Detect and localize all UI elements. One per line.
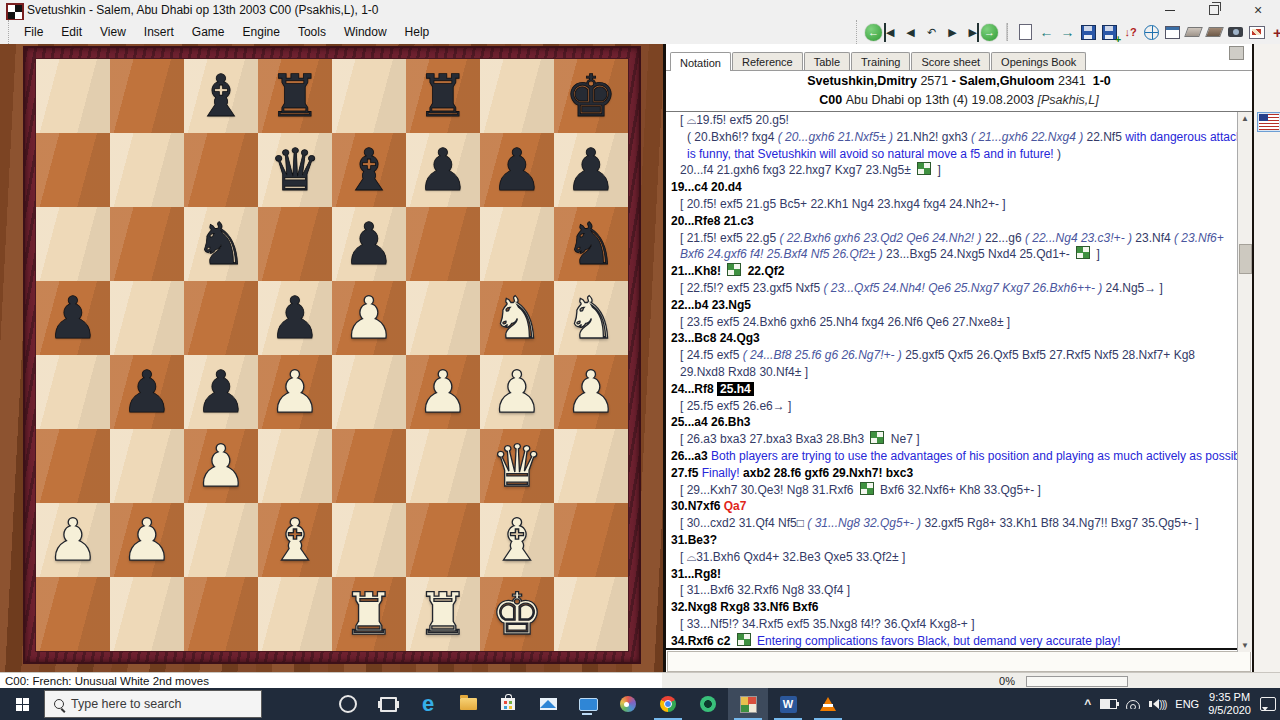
restore-button[interactable] xyxy=(1192,0,1236,20)
comment-text: Finally! xyxy=(702,466,743,480)
jump-forward-circle-icon[interactable]: → xyxy=(981,24,998,41)
notation-line[interactable]: 29.Nxd8 Rxd8 30.Nf4± ] xyxy=(666,364,1237,381)
piece-black-knight: ♞ xyxy=(184,207,258,281)
notation-line[interactable]: ( 20.Bxh6!? fxg4 ( 20...gxh6 21.Nxf5± ) … xyxy=(666,129,1237,146)
square-g6[interactable] xyxy=(480,207,554,281)
square-h1[interactable] xyxy=(554,577,628,651)
notation-line[interactable]: [ ⌓19.f5! exf5 20.g5! xyxy=(666,112,1237,129)
square-d5[interactable]: ♟ xyxy=(258,281,332,355)
piece-white-pawn: ♟ xyxy=(554,355,628,429)
piece-black-rook: ♜ xyxy=(258,59,332,133)
eraser-icon[interactable] xyxy=(1184,23,1203,42)
taskbar-cortana[interactable] xyxy=(328,688,368,720)
notation-line[interactable]: [ ⌓31.Bxh6 Qxd4+ 32.Be3 Qxe5 33.Qf2± ] xyxy=(666,549,1237,566)
piece-white-pawn: ♟ xyxy=(184,429,258,503)
variation-move: ] xyxy=(1093,247,1100,261)
main-move: 25...a4 26.Bh3 xyxy=(671,415,750,429)
system-tray: ^ ))) ENG 9:35 PM 9/5/2020 xyxy=(1084,688,1276,720)
square-h5[interactable]: ♞ xyxy=(554,281,628,355)
main-move: 23...Bc8 24.Qg3 xyxy=(671,331,760,345)
scroll-down-icon[interactable]: ▼ xyxy=(1238,639,1252,652)
piece-white-rook: ♜ xyxy=(406,577,480,651)
variation-move-italic: ( 21...gxh6 22.Nxg4 ) xyxy=(971,130,1086,144)
notation-line[interactable]: [ 26.a3 bxa3 27.bxa3 Bxa3 28.Bh3 Ne7 ] xyxy=(666,431,1237,448)
windows-logo-icon xyxy=(16,698,22,704)
variation-move: 29.Nxd8 Rxd8 30.Nf4± ] xyxy=(680,365,808,379)
variation-move: 23...Bxg5 24.Nxg5 Nxd4 25.Qd1+- xyxy=(886,247,1073,261)
notation-line[interactable]: [ 25.f5 exf5 26.e6→ ] xyxy=(666,398,1237,415)
notation-panel: NotationReferenceTableTrainingScore shee… xyxy=(666,44,1252,672)
notation-line[interactable]: [ 23.f5 exf5 24.Bxh6 gxh6 25.Nh4 fxg4 26… xyxy=(666,314,1237,331)
piece-white-king: ♚ xyxy=(480,577,554,651)
move-last-icon[interactable]: ▶ xyxy=(964,23,979,42)
variation-move: [ 30...cxd2 31.Qf4 Nf5□ xyxy=(680,516,807,530)
piece-black-king: ♚ xyxy=(554,59,628,133)
variation-move: ( 20.Bxh6!? fxg4 xyxy=(687,130,778,144)
go-back-icon[interactable]: ← xyxy=(1037,23,1056,42)
annotation-box[interactable] xyxy=(667,651,1251,672)
square-e2[interactable] xyxy=(332,503,406,577)
square-d1[interactable] xyxy=(258,577,332,651)
piece-white-queen: ♛ xyxy=(480,429,554,503)
clock-date: 9/5/2020 xyxy=(1208,704,1251,717)
menu-game[interactable]: Game xyxy=(183,20,234,44)
square-b4[interactable]: ♟ xyxy=(110,355,184,429)
variation-move: 23.Nf4 xyxy=(1135,231,1174,245)
vlc-icon xyxy=(820,697,836,711)
notation-line[interactable]: [ 30...cxd2 31.Qf4 Nf5□ ( 31...Ng8 32.Qg… xyxy=(666,515,1237,532)
taskbar-edge[interactable]: e xyxy=(408,688,448,720)
save-as-icon[interactable] xyxy=(1100,23,1119,42)
square-d3[interactable] xyxy=(258,429,332,503)
move-next-icon[interactable]: ▶ xyxy=(943,23,962,42)
chrome-icon xyxy=(660,696,676,712)
notation-line[interactable]: Bxf6 24.gxf6 f4! 25.Bxf4 Nf5 26.Qf2± ) 2… xyxy=(666,246,1237,263)
clock[interactable]: 9:35 PM 9/5/2020 xyxy=(1208,691,1251,717)
variation-move: [ 23.f5 exf5 24.Bxh6 gxh6 25.Nh4 fxg4 26… xyxy=(680,315,1010,329)
application-window: Svetushkin - Salem, Abu Dhabi op 13th 20… xyxy=(0,0,1280,720)
square-f7[interactable]: ♟ xyxy=(406,133,480,207)
square-a2[interactable]: ♟ xyxy=(36,503,110,577)
taskbar-green-circle-app[interactable] xyxy=(688,688,728,720)
square-h2[interactable] xyxy=(554,503,628,577)
comment-text: with dangerous attack. It xyxy=(1125,130,1237,144)
notation-line[interactable]: [ 20.f5! exf5 21.g5 Bc5+ 22.Kh1 Ng4 23.h… xyxy=(666,196,1237,213)
notation-border xyxy=(666,648,1252,650)
volume-icon[interactable]: ))) xyxy=(1149,699,1166,710)
eraser-dark-icon[interactable] xyxy=(1205,23,1224,42)
taskbar-chrome[interactable] xyxy=(648,688,688,720)
move-first-icon[interactable]: ◀ xyxy=(884,23,899,42)
variation-move: 22.Nf5 xyxy=(1087,130,1126,144)
variation-move: 21.Nh2! gxh3 xyxy=(896,130,971,144)
taskbar-mail[interactable] xyxy=(528,688,568,720)
variation-move: Bxf6 32.Nxf6+ Kh8 33.Qg5+- ] xyxy=(877,483,1041,497)
taskbar-vlc[interactable] xyxy=(808,688,848,720)
square-a8[interactable] xyxy=(36,59,110,133)
variation-move: [ 21.f5! exf5 22.g5 xyxy=(680,231,779,245)
square-h3[interactable] xyxy=(554,429,628,503)
square-c8[interactable]: ♝ xyxy=(184,59,258,133)
language-indicator[interactable]: ENG xyxy=(1175,698,1199,710)
square-h8[interactable]: ♚ xyxy=(554,59,628,133)
square-c4[interactable]: ♟ xyxy=(184,355,258,429)
main-move: 22.Qf2 xyxy=(744,264,784,278)
mail-icon xyxy=(540,698,557,710)
search-icon xyxy=(54,699,64,709)
square-a5[interactable]: ♟ xyxy=(36,281,110,355)
square-d4[interactable]: ♟ xyxy=(258,355,332,429)
square-b3[interactable] xyxy=(110,429,184,503)
piece-white-pawn: ♟ xyxy=(36,503,110,577)
event-line: C00 Abu Dhabi op 13th (4) 19.08.2003 [Ps… xyxy=(666,91,1252,110)
piece-white-pawn: ♟ xyxy=(332,281,406,355)
notifications-icon[interactable] xyxy=(1260,697,1276,711)
header-text: C00 xyxy=(819,93,845,107)
variation-move: 24.Ng5→ ] xyxy=(1106,281,1163,295)
variation-move: ) xyxy=(1054,147,1061,161)
move-red: Qa7 xyxy=(724,499,747,513)
download-question-icon[interactable]: ↓? xyxy=(1121,23,1140,42)
square-c6[interactable]: ♞ xyxy=(184,207,258,281)
diagram-icon xyxy=(870,431,884,444)
notation-line[interactable]: is funny, that Svetushkin will avoid so … xyxy=(666,146,1237,163)
menu-help[interactable]: Help xyxy=(396,20,439,44)
square-b1[interactable] xyxy=(110,577,184,651)
taskbar-word[interactable]: W xyxy=(768,688,808,720)
game-header: Svetushkin,Dmitry 2571 - Salem,Ghuloom 2… xyxy=(666,72,1252,112)
current-move: 25.h4 xyxy=(717,382,754,396)
variation-move-italic: ( 20...gxh6 21.Nxf5± ) xyxy=(778,130,897,144)
piece-black-pawn: ♟ xyxy=(406,133,480,207)
piece-black-knight: ♞ xyxy=(554,207,628,281)
menu-tools[interactable]: Tools xyxy=(289,20,335,44)
square-d2[interactable]: ♝ xyxy=(258,503,332,577)
properties-icon[interactable] xyxy=(1163,23,1182,42)
progress-bar xyxy=(1026,676,1128,687)
square-g1[interactable]: ♚ xyxy=(480,577,554,651)
variation-move-italic: ( 31...Ng8 32.Qg5+- ) xyxy=(807,516,924,530)
app-icon xyxy=(6,3,24,21)
square-e5[interactable]: ♟ xyxy=(332,281,406,355)
square-c7[interactable] xyxy=(184,133,258,207)
notation-line[interactable]: 25...a4 26.Bh3 xyxy=(666,414,1237,431)
variation-move: [ 31...Bxf6 32.Rxf6 Ng8 33.Qf4 ] xyxy=(680,583,850,597)
cortana-icon xyxy=(339,695,357,713)
notation-line[interactable]: [ 21.f5! exf5 22.g5 ( 22.Bxh6 gxh6 23.Qd… xyxy=(666,230,1237,247)
progress-label: 0% xyxy=(985,673,1015,689)
header-text: 1-0 xyxy=(1093,74,1111,88)
main-move: 31.Be3? xyxy=(671,533,717,547)
square-a4[interactable] xyxy=(36,355,110,429)
main-move: 34.Rxf6 c2 xyxy=(671,634,734,648)
camera-icon[interactable] xyxy=(1226,23,1245,42)
piece-black-pawn: ♟ xyxy=(258,281,332,355)
notation-line[interactable]: 19...c4 20.d4 xyxy=(666,179,1237,196)
close-button[interactable]: × xyxy=(1236,0,1280,20)
notation-line[interactable]: 30.N7xf6 Qa7 xyxy=(666,498,1237,515)
notation-line[interactable]: 34.Rxf6 c2 Entering complications favors… xyxy=(666,633,1237,650)
square-g5[interactable]: ♞ xyxy=(480,281,554,355)
microsoft-store-icon xyxy=(501,698,515,710)
square-e8[interactable] xyxy=(332,59,406,133)
square-c3[interactable]: ♟ xyxy=(184,429,258,503)
menu-file[interactable]: File xyxy=(15,20,52,44)
scroll-up-icon[interactable]: ▲ xyxy=(1238,112,1252,125)
restore-icon xyxy=(1209,5,1219,15)
square-d6[interactable] xyxy=(258,207,332,281)
square-e1[interactable]: ♜ xyxy=(332,577,406,651)
square-g7[interactable]: ♟ xyxy=(480,133,554,207)
square-b5[interactable] xyxy=(110,281,184,355)
menu-view[interactable]: View xyxy=(91,20,135,44)
tab-notation[interactable]: Notation xyxy=(670,52,731,71)
main-move: 19...c4 20.d4 xyxy=(671,180,742,194)
comment-text: is funny, that Svetushkin will avoid so … xyxy=(687,147,1054,161)
menu-edit[interactable]: Edit xyxy=(52,20,91,44)
square-h6[interactable]: ♞ xyxy=(554,207,628,281)
piece-black-pawn: ♟ xyxy=(184,355,258,429)
new-document-icon[interactable] xyxy=(1016,23,1035,42)
square-f8[interactable]: ♜ xyxy=(406,59,480,133)
header-text: [Psakhis,L] xyxy=(1038,93,1099,107)
notation-line[interactable]: 20...f4 21.gxh6 fxg3 22.hxg7 Kxg7 23.Ng5… xyxy=(666,162,1237,179)
variation-move-italic: ( 24...Bf8 25.f6 g6 26.Ng7!+- ) xyxy=(743,348,905,362)
variation-move: 32.gxf5 Rg8+ 33.Kh1 Bf8 34.Ng7!! Bxg7 35… xyxy=(924,516,1198,530)
variation-move: [ 26.a3 bxa3 27.bxa3 Bxa3 28.Bh3 xyxy=(680,432,867,446)
square-c5[interactable] xyxy=(184,281,258,355)
notation-line[interactable]: 22...b4 23.Ng5 xyxy=(666,297,1237,314)
main-move: 30.N7xf6 xyxy=(671,499,724,513)
piece-white-pawn: ♟ xyxy=(406,355,480,429)
notation-line[interactable]: [ 31...Bxf6 32.Rxf6 Ng8 33.Qf4 ] xyxy=(666,582,1237,599)
comment-text: Both players are trying to use the advan… xyxy=(711,449,1237,463)
variation-move-italic: ( 22...Ng4 23.c3!+- ) xyxy=(1025,231,1135,245)
taskbar-task-view[interactable] xyxy=(368,688,408,720)
your-phone-icon xyxy=(579,698,598,711)
variation-move: [ 22.f5!? exf5 23.gxf5 Nxf5 xyxy=(680,281,823,295)
battery-icon[interactable] xyxy=(1100,699,1117,709)
notation-line[interactable]: 31...Rg8! xyxy=(666,566,1237,583)
notation-line[interactable]: [ 29...Kxh7 30.Qe3! Ng8 31.Rxf6 Bxf6 32.… xyxy=(666,482,1237,499)
tab-openings-book[interactable]: Openings Book xyxy=(991,52,1086,70)
piece-white-knight: ♞ xyxy=(480,281,554,355)
header-text: 2571 xyxy=(920,74,951,88)
search-input[interactable]: Type here to search xyxy=(44,690,262,718)
chess-board: ♝♜♜♚♛♝♟♟♟♞♟♞♟♟♟♞♞♟♟♟♟♟♟♟♛♟♟♝♝♜♜♚ xyxy=(35,58,629,652)
diagram-icon xyxy=(860,482,874,495)
opening-name: C00: French: Unusual White 2nd moves xyxy=(0,673,662,689)
search-placeholder: Type here to search xyxy=(71,697,181,711)
square-f1[interactable]: ♜ xyxy=(406,577,480,651)
main-move: 24...Rf8 xyxy=(671,382,717,396)
jump-back-circle-icon[interactable]: ← xyxy=(865,24,882,41)
piece-black-bishop: ♝ xyxy=(332,133,406,207)
square-h7[interactable]: ♟ xyxy=(554,133,628,207)
piece-black-rook: ♜ xyxy=(406,59,480,133)
scrollbar-thumb[interactable] xyxy=(1239,244,1252,274)
tab-training[interactable]: Training xyxy=(851,52,910,70)
add-marker-icon[interactable]: + xyxy=(1268,23,1280,42)
square-f4[interactable]: ♟ xyxy=(406,355,480,429)
start-button[interactable] xyxy=(0,688,44,720)
taskbar-paint[interactable] xyxy=(608,688,648,720)
notation-line[interactable]: [ 33...Nf5!? 34.Rxf5 exf5 35.Nxg8 f4!? 3… xyxy=(666,616,1237,633)
globe-search-icon[interactable] xyxy=(1142,23,1161,42)
tab-table[interactable]: Table xyxy=(804,52,850,70)
chess-assistant-icon xyxy=(740,696,757,713)
variation-move: [ 24.f5 exf5 xyxy=(680,348,743,362)
variation-move-italic: ( 23...Qxf5 24.Nh4! Qe6 25.Nxg7 Kxg7 26.… xyxy=(823,281,1105,295)
piece-white-pawn: ♟ xyxy=(258,355,332,429)
square-f5[interactable] xyxy=(406,281,480,355)
tab-reference[interactable]: Reference xyxy=(732,52,803,70)
square-f6[interactable] xyxy=(406,207,480,281)
minimize-button[interactable] xyxy=(1148,0,1192,20)
variation-move-italic: ( 23.Nf6+ xyxy=(1174,231,1224,245)
main-move: 21...Kh8! xyxy=(671,264,724,278)
variation-move-italic: Bxf6 24.gxf6 f4! 25.Bxf4 Nf5 26.Qf2± ) xyxy=(680,247,886,261)
menu-insert[interactable]: Insert xyxy=(135,20,183,44)
opening-name-box: C00: French: Unusual White 2nd moves xyxy=(0,673,662,689)
square-g4[interactable]: ♟ xyxy=(480,355,554,429)
square-b8[interactable] xyxy=(110,59,184,133)
piece-black-pawn: ♟ xyxy=(480,133,554,207)
wifi-icon[interactable] xyxy=(1126,700,1140,709)
tray-expand-icon[interactable]: ^ xyxy=(1084,697,1091,711)
square-b7[interactable] xyxy=(110,133,184,207)
piece-black-queen: ♛ xyxy=(258,133,332,207)
tab-score-sheet[interactable]: Score sheet xyxy=(911,52,990,70)
task-view-icon xyxy=(380,697,397,712)
piece-white-pawn: ♟ xyxy=(110,503,184,577)
image-annotate-icon[interactable] xyxy=(1247,23,1266,42)
notation-text[interactable]: [ ⌓19.f5! exf5 20.g5!( 20.Bxh6!? fxg4 ( … xyxy=(666,112,1237,650)
notation-line[interactable]: 21...Kh8! 22.Qf2 xyxy=(666,263,1237,280)
file-explorer-icon xyxy=(460,698,477,710)
header-text: Abu Dhabi op 13th (4) 19.08.2003 xyxy=(846,93,1038,107)
square-f2[interactable] xyxy=(406,503,480,577)
diagram-icon xyxy=(737,633,751,646)
variation-move: 22...g6 xyxy=(985,231,1025,245)
square-e3[interactable] xyxy=(332,429,406,503)
board-frame: ♝♜♜♚♛♝♟♟♟♞♟♞♟♟♟♞♞♟♟♟♟♟♟♟♛♟♟♝♝♜♜♚ xyxy=(25,48,639,662)
taskbar-microsoft-store[interactable] xyxy=(488,688,528,720)
scrollbar[interactable]: ▲ ▼ xyxy=(1237,112,1252,652)
panel-options-button[interactable] xyxy=(1229,46,1244,60)
close-icon: × xyxy=(1254,3,1262,17)
menu-window[interactable]: Window xyxy=(335,20,396,44)
square-d7[interactable]: ♛ xyxy=(258,133,332,207)
square-g2[interactable]: ♝ xyxy=(480,503,554,577)
menu-items: FileEditViewInsertGameEngineToolsWindowH… xyxy=(8,20,438,44)
move-prev-icon[interactable]: ◀ xyxy=(901,23,920,42)
language-flag-button[interactable] xyxy=(1257,112,1280,132)
notation-line[interactable]: [ 24.f5 exf5 ( 24...Bf8 25.f6 g6 26.Ng7!… xyxy=(666,347,1237,364)
variation-move: [ 33...Nf5!? 34.Rxf5 exf5 35.Nxg8 f4!? 3… xyxy=(680,617,975,631)
diagram-icon xyxy=(727,263,741,276)
comment-text: Entering complications favors Black, but… xyxy=(754,634,1121,648)
notation-line[interactable]: 23...Bc8 24.Qg3 xyxy=(666,330,1237,347)
square-e4[interactable] xyxy=(332,355,406,429)
go-forward-icon[interactable]: → xyxy=(1058,23,1077,42)
notation-line[interactable]: 32.Nxg8 Rxg8 33.Nf6 Bxf6 xyxy=(666,599,1237,616)
board-panel: ♝♜♜♚♛♝♟♟♟♞♟♞♟♟♟♞♞♟♟♟♟♟♟♟♛♟♟♝♝♜♜♚ xyxy=(0,44,663,672)
square-a7[interactable] xyxy=(36,133,110,207)
variation-move: 25.gxf5 Qxf5 26.Qxf5 Bxf5 27.Rxf5 Nxf5 2… xyxy=(905,348,1195,362)
square-c1[interactable] xyxy=(184,577,258,651)
notation-line[interactable]: 31.Be3? xyxy=(666,532,1237,549)
variation-move: [ ⌓19.f5! exf5 20.g5! xyxy=(680,113,789,127)
square-h4[interactable]: ♟ xyxy=(554,355,628,429)
notation-line[interactable]: 24...Rf8 25.h4 xyxy=(666,381,1237,398)
piece-black-pawn: ♟ xyxy=(110,355,184,429)
square-f3[interactable] xyxy=(406,429,480,503)
paint-icon xyxy=(620,696,636,712)
square-e7[interactable]: ♝ xyxy=(332,133,406,207)
toolbar-separator xyxy=(1006,23,1008,41)
notation-line[interactable]: 20...Rfe8 21.c3 xyxy=(666,213,1237,230)
tab-row: NotationReferenceTableTrainingScore shee… xyxy=(666,52,1252,71)
word-icon: W xyxy=(780,696,797,713)
piece-white-rook: ♜ xyxy=(332,577,406,651)
toolbar: ←◀◀↶▶▶→←→↓?+ xyxy=(856,20,1280,44)
variation-move: [ 29...Kxh7 30.Qe3! Ng8 31.Rxf6 xyxy=(680,483,857,497)
square-d8[interactable]: ♜ xyxy=(258,59,332,133)
square-g8[interactable] xyxy=(480,59,554,133)
diagram-icon xyxy=(1076,246,1090,259)
title-bar[interactable]: Svetushkin - Salem, Abu Dhabi op 13th 20… xyxy=(0,0,1280,20)
square-c2[interactable] xyxy=(184,503,258,577)
notation-line[interactable]: [ 22.f5!? exf5 23.gxf5 Nxf5 ( 23...Qxf5 … xyxy=(666,280,1237,297)
piece-white-bishop: ♝ xyxy=(480,503,554,577)
square-b6[interactable] xyxy=(110,207,184,281)
main-move: 27.f5 xyxy=(671,466,702,480)
diagram-icon xyxy=(917,162,931,175)
square-a3[interactable] xyxy=(36,429,110,503)
square-g3[interactable]: ♛ xyxy=(480,429,554,503)
square-e6[interactable]: ♟ xyxy=(332,207,406,281)
variation-move: ] xyxy=(934,163,941,177)
green-circle-app-icon xyxy=(700,696,716,712)
notation-line[interactable]: 27.f5 Finally! axb2 28.f6 gxf6 29.Nxh7! … xyxy=(666,465,1237,482)
header-text: Svetushkin,Dmitry xyxy=(807,74,920,88)
notation-line[interactable]: 26...a3 Both players are trying to use t… xyxy=(666,448,1237,465)
piece-black-pawn: ♟ xyxy=(36,281,110,355)
save-icon[interactable] xyxy=(1079,23,1098,42)
square-a1[interactable] xyxy=(36,577,110,651)
taskbar-your-phone[interactable] xyxy=(568,688,608,720)
piece-white-bishop: ♝ xyxy=(258,503,332,577)
variation-move-italic: ( 22.Bxh6 gxh6 23.Qd2 Qe6 24.Nh2! ) xyxy=(779,231,984,245)
taskbar-file-explorer[interactable] xyxy=(448,688,488,720)
undo-move-icon[interactable]: ↶ xyxy=(922,23,941,42)
variation-move: Ne7 ] xyxy=(887,432,919,446)
main-move: 20...Rfe8 21.c3 xyxy=(671,214,754,228)
edge-icon: e xyxy=(422,693,434,715)
taskbar-icons: eW xyxy=(328,688,848,720)
side-strip xyxy=(1252,44,1280,672)
clock-time: 9:35 PM xyxy=(1208,691,1251,704)
main-move: 26...a3 xyxy=(671,449,711,463)
window-title: Svetushkin - Salem, Abu Dhabi op 13th 20… xyxy=(27,0,379,20)
variation-move: [ 25.f5 exf5 26.e6→ ] xyxy=(680,399,791,413)
us-flag-icon xyxy=(1259,114,1279,130)
taskbar-chess-assistant[interactable] xyxy=(728,688,768,720)
square-a6[interactable] xyxy=(36,207,110,281)
square-b2[interactable]: ♟ xyxy=(110,503,184,577)
menu-engine[interactable]: Engine xyxy=(234,20,289,44)
